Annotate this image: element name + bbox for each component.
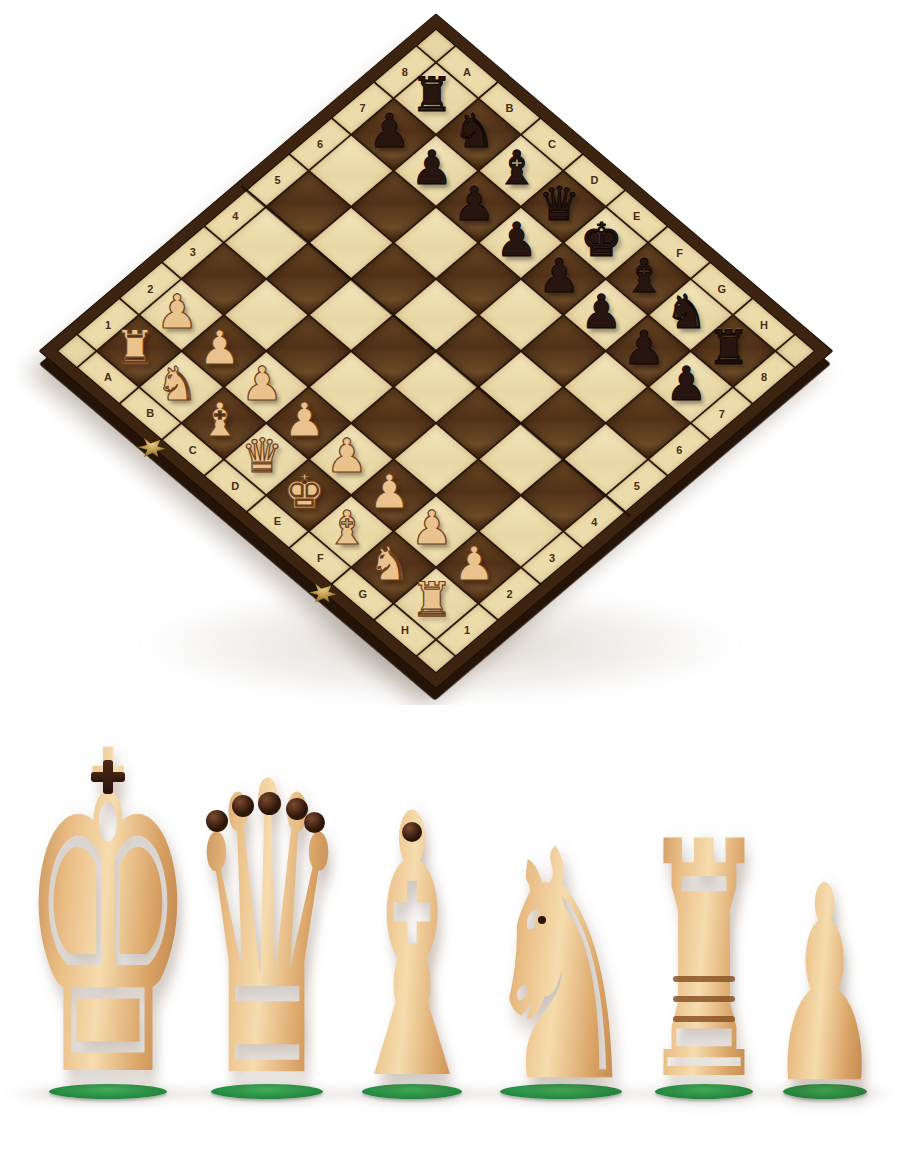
rank-label-right-3-text: 3 (549, 552, 555, 564)
black-bishop-on-c8: ♝ (496, 143, 538, 190)
rank-label-left-2-text: 2 (147, 282, 153, 294)
rank-label-right-8-text: 8 (761, 371, 767, 383)
rank-label-left-4-text: 4 (232, 210, 238, 222)
white-pawn-on-h2: ♟ (453, 540, 495, 587)
knight-eye (538, 916, 546, 924)
white-king-on-e1: ♚ (284, 468, 326, 515)
rank-label-left-5-text: 5 (275, 174, 281, 186)
rook-ring-accent (673, 996, 735, 1002)
white-king-figure: ♚ (24, 750, 192, 1094)
file-label-top-b-text: B (506, 102, 514, 114)
rank-label-right-4-text: 4 (591, 516, 597, 528)
white-queen-on-d1: ♛ (241, 432, 283, 479)
file-label-bottom-h-text: H (401, 624, 409, 636)
file-label-top-c-text: C (548, 138, 556, 150)
white-knight-on-b1: ♞ (156, 360, 198, 407)
file-label-bottom-d-text: D (231, 480, 239, 492)
white-pawn-on-e2: ♟ (326, 432, 368, 479)
white-pawn-on-c2: ♟ (241, 360, 283, 407)
white-pawn-glyph: ♟ (769, 878, 880, 1094)
board-scene: ABCDEFGH8♜♞♝♛♚♝♞♜87♟♟♟♟♟♟♟♟7665544332♟♟♟… (0, 0, 900, 705)
queen-crown-ball (304, 812, 325, 833)
chess-set-product-photo: ABCDEFGH8♜♞♝♛♚♝♞♜87♟♟♟♟♟♟♟♟7665544332♟♟♟… (0, 0, 900, 1174)
white-rook-on-a1: ♜ (114, 323, 156, 370)
file-label-bottom-a-text: A (104, 371, 112, 383)
white-knight-figure: ♞ (482, 854, 640, 1094)
white-bishop-figure: ♝ (342, 820, 482, 1094)
white-rook-figure: ♜ (640, 848, 768, 1094)
black-pawn-on-d7: ♟ (496, 215, 538, 262)
piece-lineup: ♚ ♛ ♝ ♞ ♜ (0, 705, 900, 1174)
black-pawn-on-e7: ♟ (538, 251, 580, 298)
file-label-bottom-c-text: C (189, 444, 197, 456)
file-label-top-f-text: F (676, 246, 683, 258)
white-pawn-on-f2: ♟ (368, 468, 410, 515)
white-rook-on-h1: ♜ (411, 576, 453, 623)
file-label-top-g-text: G (717, 282, 726, 294)
file-label-bottom-b-text: B (146, 408, 154, 420)
queen-crown-ball (206, 810, 228, 832)
white-bishop-on-f1: ♝ (326, 504, 368, 551)
rank-label-right-1-text: 1 (464, 624, 470, 636)
rook-ring-accent (673, 1016, 735, 1022)
file-label-bottom-g-text: G (358, 588, 367, 600)
black-pawn-on-f7: ♟ (581, 287, 623, 334)
bishop-top-ball (402, 822, 422, 842)
white-pawn-on-b2: ♟ (199, 323, 241, 370)
black-rook-on-a8: ♜ (411, 71, 453, 118)
white-knight-glyph: ♞ (480, 840, 642, 1094)
white-pawn-on-d2: ♟ (284, 396, 326, 443)
black-pawn-on-h7: ♟ (665, 360, 707, 407)
black-pawn-on-a7: ♟ (368, 107, 410, 154)
file-label-bottom-f-text: F (317, 552, 324, 564)
white-queen-figure: ♛ (192, 790, 342, 1094)
rank-label-right-7-text: 7 (719, 408, 725, 420)
file-label-bottom-e-text: E (274, 516, 281, 528)
black-knight-on-b8: ♞ (453, 107, 495, 154)
file-label-top-a-text: A (463, 66, 471, 78)
white-pawn-figure: ♟ (768, 888, 882, 1094)
rank-label-left-1-text: 1 (105, 319, 111, 331)
rank-label-right-6-text: 6 (676, 444, 682, 456)
black-pawn-on-b7: ♟ (411, 143, 453, 190)
king-cross-accent-vertical (103, 760, 113, 794)
white-bishop-on-c1: ♝ (199, 396, 241, 443)
black-rook-on-h8: ♜ (708, 323, 750, 370)
file-label-top-d-text: D (590, 174, 598, 186)
white-bishop-glyph: ♝ (339, 805, 484, 1094)
black-king-on-e8: ♚ (581, 215, 623, 262)
white-knight-on-g1: ♞ (368, 540, 410, 587)
white-pawn-on-g2: ♟ (411, 504, 453, 551)
white-rook-glyph: ♜ (640, 834, 769, 1094)
rank-label-right-2-text: 2 (506, 588, 512, 600)
rank-label-left-8-text: 8 (402, 66, 408, 78)
white-pawn-on-a2: ♟ (156, 287, 198, 334)
queen-crown-ball (258, 792, 281, 815)
rook-ring-accent (673, 976, 735, 982)
black-bishop-on-f8: ♝ (623, 251, 665, 298)
file-label-top-h-text: H (760, 319, 768, 331)
queen-crown-ball (232, 795, 254, 817)
rank-label-left-6-text: 6 (317, 138, 323, 150)
black-pawn-on-c7: ♟ (453, 179, 495, 226)
black-pawn-on-g7: ♟ (623, 323, 665, 370)
rank-label-left-3-text: 3 (190, 246, 196, 258)
rank-label-right-5-text: 5 (634, 480, 640, 492)
black-queen-on-d8: ♛ (538, 179, 580, 226)
file-label-top-e-text: E (633, 210, 640, 222)
rank-label-left-7-text: 7 (359, 102, 365, 114)
black-knight-on-g8: ♞ (665, 287, 707, 334)
